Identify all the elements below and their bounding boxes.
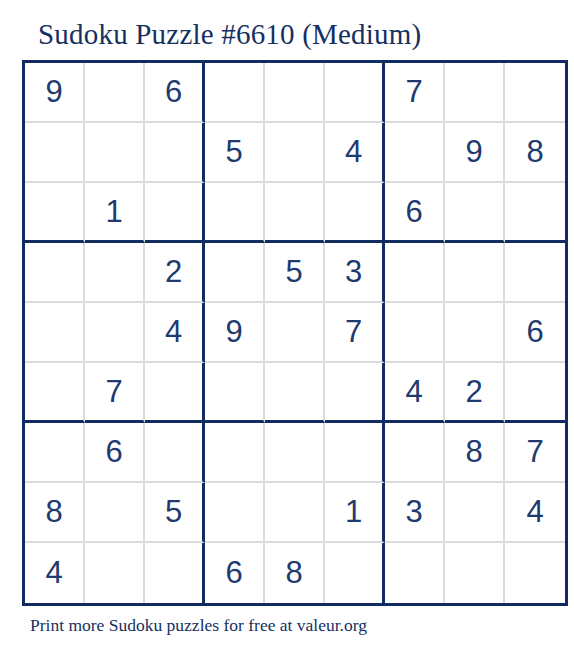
sudoku-cell-r9c9 — [505, 543, 565, 603]
sudoku-cell-r1c2 — [85, 63, 145, 123]
sudoku-page: Sudoku Puzzle #6610 (Medium) 96754981625… — [0, 0, 574, 651]
sudoku-cell-r6c3 — [145, 363, 205, 423]
sudoku-cell-r8c8 — [445, 483, 505, 543]
sudoku-cell-r2c9: 8 — [505, 123, 565, 183]
sudoku-cell-r5c7 — [385, 303, 445, 363]
sudoku-cell-r3c1 — [25, 183, 85, 243]
sudoku-cell-r1c4 — [205, 63, 265, 123]
sudoku-cell-r4c7 — [385, 243, 445, 303]
sudoku-cell-r5c1 — [25, 303, 85, 363]
sudoku-cell-r7c4 — [205, 423, 265, 483]
sudoku-cell-r7c2: 6 — [85, 423, 145, 483]
sudoku-cell-r8c7: 3 — [385, 483, 445, 543]
sudoku-cell-r9c2 — [85, 543, 145, 603]
sudoku-cell-r3c7: 6 — [385, 183, 445, 243]
sudoku-cell-r1c7: 7 — [385, 63, 445, 123]
sudoku-cell-r9c3 — [145, 543, 205, 603]
sudoku-cell-r9c6 — [325, 543, 385, 603]
sudoku-cell-r6c6 — [325, 363, 385, 423]
sudoku-cell-r2c3 — [145, 123, 205, 183]
sudoku-cell-r5c2 — [85, 303, 145, 363]
sudoku-cell-r5c6: 7 — [325, 303, 385, 363]
sudoku-cell-r2c8: 9 — [445, 123, 505, 183]
sudoku-cell-r7c9: 7 — [505, 423, 565, 483]
sudoku-cell-r8c9: 4 — [505, 483, 565, 543]
sudoku-cell-r2c7 — [385, 123, 445, 183]
sudoku-cell-r5c4: 9 — [205, 303, 265, 363]
sudoku-cell-r1c9 — [505, 63, 565, 123]
sudoku-cell-r1c1: 9 — [25, 63, 85, 123]
sudoku-cell-r9c1: 4 — [25, 543, 85, 603]
sudoku-board: 967549816253497674268785134468 — [22, 60, 568, 606]
sudoku-cell-r7c1 — [25, 423, 85, 483]
sudoku-cell-r6c9 — [505, 363, 565, 423]
sudoku-cell-r9c5: 8 — [265, 543, 325, 603]
sudoku-cell-r7c8: 8 — [445, 423, 505, 483]
sudoku-cell-r5c3: 4 — [145, 303, 205, 363]
sudoku-cell-r2c5 — [265, 123, 325, 183]
sudoku-cell-r7c7 — [385, 423, 445, 483]
sudoku-cell-r3c8 — [445, 183, 505, 243]
sudoku-cell-r8c3: 5 — [145, 483, 205, 543]
sudoku-cell-r4c6: 3 — [325, 243, 385, 303]
sudoku-cell-r6c5 — [265, 363, 325, 423]
sudoku-cell-r7c3 — [145, 423, 205, 483]
sudoku-cell-r4c9 — [505, 243, 565, 303]
sudoku-cell-r8c2 — [85, 483, 145, 543]
sudoku-cell-r4c1 — [25, 243, 85, 303]
footer-text: Print more Sudoku puzzles for free at va… — [30, 615, 367, 636]
sudoku-cell-r2c4: 5 — [205, 123, 265, 183]
sudoku-cell-r3c3 — [145, 183, 205, 243]
sudoku-cell-r4c5: 5 — [265, 243, 325, 303]
sudoku-cell-r2c2 — [85, 123, 145, 183]
sudoku-cell-r3c5 — [265, 183, 325, 243]
sudoku-cell-r3c9 — [505, 183, 565, 243]
sudoku-cell-r4c8 — [445, 243, 505, 303]
sudoku-cell-r9c7 — [385, 543, 445, 603]
sudoku-cell-r9c4: 6 — [205, 543, 265, 603]
sudoku-cell-r6c7: 4 — [385, 363, 445, 423]
sudoku-cell-r6c4 — [205, 363, 265, 423]
sudoku-cell-r8c5 — [265, 483, 325, 543]
sudoku-cell-r1c6 — [325, 63, 385, 123]
sudoku-cell-r5c8 — [445, 303, 505, 363]
sudoku-cell-r4c4 — [205, 243, 265, 303]
sudoku-cell-r6c8: 2 — [445, 363, 505, 423]
sudoku-cell-r1c8 — [445, 63, 505, 123]
sudoku-cell-r6c1 — [25, 363, 85, 423]
sudoku-cell-r4c2 — [85, 243, 145, 303]
sudoku-cell-r8c6: 1 — [325, 483, 385, 543]
page-title: Sudoku Puzzle #6610 (Medium) — [38, 18, 421, 51]
sudoku-cell-r3c2: 1 — [85, 183, 145, 243]
sudoku-cell-r2c6: 4 — [325, 123, 385, 183]
sudoku-cell-r6c2: 7 — [85, 363, 145, 423]
sudoku-cell-r2c1 — [25, 123, 85, 183]
sudoku-cell-r8c4 — [205, 483, 265, 543]
sudoku-cell-r3c4 — [205, 183, 265, 243]
sudoku-cell-r3c6 — [325, 183, 385, 243]
sudoku-cell-r1c3: 6 — [145, 63, 205, 123]
sudoku-cell-r1c5 — [265, 63, 325, 123]
sudoku-cell-r7c5 — [265, 423, 325, 483]
sudoku-cell-r4c3: 2 — [145, 243, 205, 303]
sudoku-cell-r7c6 — [325, 423, 385, 483]
sudoku-cell-r9c8 — [445, 543, 505, 603]
sudoku-cell-r5c5 — [265, 303, 325, 363]
sudoku-cell-r5c9: 6 — [505, 303, 565, 363]
sudoku-cell-r8c1: 8 — [25, 483, 85, 543]
